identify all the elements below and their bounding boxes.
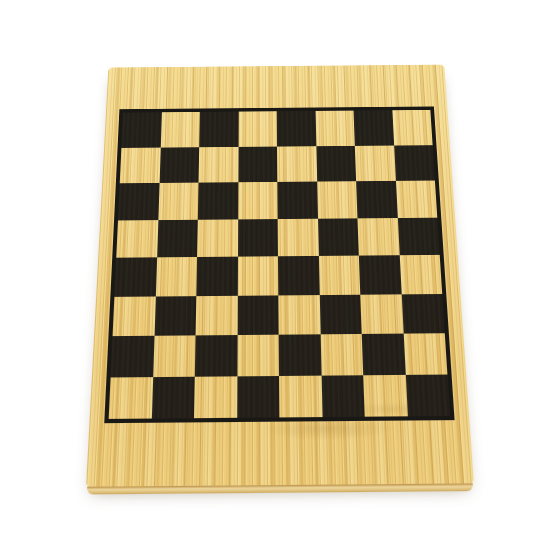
square-h1[interactable] bbox=[405, 374, 450, 416]
square-g1[interactable] bbox=[363, 374, 407, 416]
square-b7[interactable] bbox=[159, 147, 199, 183]
square-g8[interactable] bbox=[354, 110, 394, 145]
board-scene bbox=[86, 65, 474, 488]
square-d8[interactable] bbox=[238, 111, 277, 146]
square-f6[interactable] bbox=[317, 181, 358, 218]
square-c4[interactable] bbox=[196, 257, 237, 296]
square-e4[interactable] bbox=[278, 256, 319, 295]
square-c3[interactable] bbox=[196, 295, 238, 335]
wooden-board bbox=[86, 65, 474, 488]
square-c1[interactable] bbox=[194, 376, 237, 418]
square-f7[interactable] bbox=[316, 145, 356, 181]
square-e8[interactable] bbox=[277, 111, 316, 146]
square-g6[interactable] bbox=[356, 181, 397, 218]
square-d5[interactable] bbox=[238, 219, 278, 257]
square-g4[interactable] bbox=[359, 255, 401, 294]
square-h6[interactable] bbox=[395, 181, 437, 218]
square-c7[interactable] bbox=[199, 146, 239, 182]
square-d3[interactable] bbox=[237, 295, 279, 335]
square-f1[interactable] bbox=[321, 375, 365, 417]
square-b5[interactable] bbox=[157, 219, 198, 257]
square-h8[interactable] bbox=[392, 110, 433, 145]
square-h3[interactable] bbox=[401, 294, 445, 334]
square-g2[interactable] bbox=[362, 334, 406, 375]
square-h4[interactable] bbox=[399, 255, 442, 294]
square-b2[interactable] bbox=[153, 335, 196, 376]
square-f5[interactable] bbox=[318, 218, 359, 256]
square-e7[interactable] bbox=[277, 146, 317, 182]
square-h2[interactable] bbox=[403, 333, 447, 374]
square-h5[interactable] bbox=[397, 217, 439, 255]
square-a4[interactable] bbox=[114, 257, 156, 296]
square-a7[interactable] bbox=[120, 147, 161, 183]
playing-grid bbox=[104, 106, 454, 423]
square-g7[interactable] bbox=[355, 145, 396, 181]
square-d4[interactable] bbox=[237, 256, 278, 295]
square-f8[interactable] bbox=[315, 111, 355, 146]
square-a5[interactable] bbox=[116, 220, 158, 258]
board-bottom-edge bbox=[87, 483, 474, 494]
square-e5[interactable] bbox=[278, 218, 319, 256]
square-a2[interactable] bbox=[111, 336, 154, 377]
square-a8[interactable] bbox=[121, 112, 161, 147]
square-a3[interactable] bbox=[113, 296, 156, 336]
square-f3[interactable] bbox=[319, 294, 361, 334]
square-e3[interactable] bbox=[278, 295, 320, 335]
square-d2[interactable] bbox=[237, 335, 279, 376]
square-c6[interactable] bbox=[198, 182, 238, 219]
square-c8[interactable] bbox=[199, 112, 238, 147]
square-a1[interactable] bbox=[109, 377, 153, 419]
square-f4[interactable] bbox=[318, 256, 360, 295]
square-d7[interactable] bbox=[238, 146, 277, 182]
square-c2[interactable] bbox=[195, 335, 237, 376]
square-g3[interactable] bbox=[360, 294, 403, 334]
square-b4[interactable] bbox=[155, 257, 197, 296]
photo-background bbox=[0, 0, 560, 560]
square-e6[interactable] bbox=[277, 182, 317, 219]
square-g5[interactable] bbox=[357, 218, 399, 256]
square-f2[interactable] bbox=[320, 334, 363, 375]
square-e1[interactable] bbox=[279, 375, 322, 417]
square-d1[interactable] bbox=[237, 375, 280, 417]
square-b1[interactable] bbox=[151, 376, 194, 418]
square-a6[interactable] bbox=[118, 183, 159, 220]
square-e2[interactable] bbox=[279, 334, 321, 375]
square-b8[interactable] bbox=[160, 112, 200, 147]
square-b6[interactable] bbox=[158, 183, 199, 220]
square-b3[interactable] bbox=[154, 296, 196, 336]
square-d6[interactable] bbox=[238, 182, 278, 219]
square-c5[interactable] bbox=[197, 219, 238, 257]
square-h7[interactable] bbox=[394, 145, 435, 181]
